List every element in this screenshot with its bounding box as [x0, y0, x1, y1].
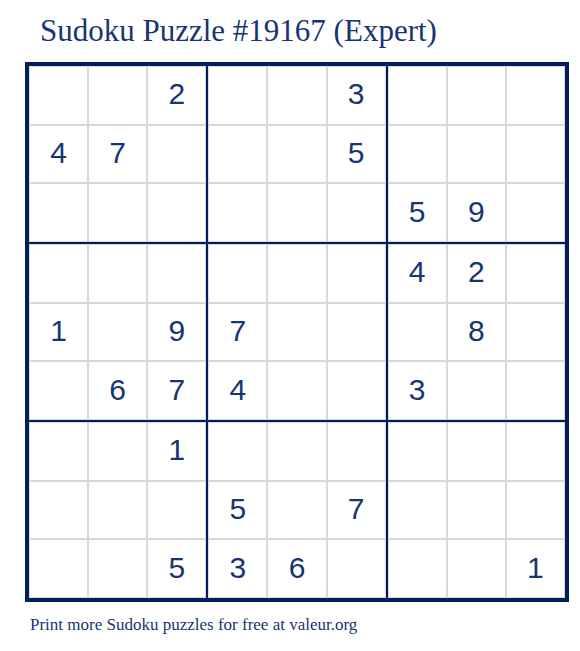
cell-r8c4[interactable]: 5	[208, 481, 267, 540]
sudoku-page: Sudoku Puzzle #19167 (Expert) 2473559196…	[0, 0, 580, 651]
cell-r7c4[interactable]	[208, 422, 267, 481]
cell-r1c6[interactable]: 3	[327, 66, 386, 125]
cell-r4c1[interactable]	[29, 244, 88, 303]
cell-r1c5[interactable]	[267, 66, 326, 125]
cell-r1c7[interactable]	[388, 66, 447, 125]
cell-r1c8[interactable]	[447, 66, 506, 125]
cell-r4c2[interactable]	[88, 244, 147, 303]
cell-r3c9[interactable]	[506, 183, 565, 242]
cell-r2c9[interactable]	[506, 125, 565, 184]
cell-r4c8[interactable]: 2	[447, 244, 506, 303]
cell-r8c3[interactable]	[147, 481, 206, 540]
cell-r3c5[interactable]	[267, 183, 326, 242]
box-3-3: 1	[387, 421, 566, 599]
cell-r7c5[interactable]	[267, 422, 326, 481]
cell-r7c2[interactable]	[88, 422, 147, 481]
box-2-3: 4283	[387, 243, 566, 421]
box-2-2: 74	[207, 243, 386, 421]
cell-r5c1[interactable]: 1	[29, 303, 88, 362]
cell-r9c7[interactable]	[388, 539, 447, 598]
cell-r5c5[interactable]	[267, 303, 326, 362]
cell-r4c9[interactable]	[506, 244, 565, 303]
box-1-1: 247	[28, 65, 207, 243]
cell-r9c5[interactable]: 6	[267, 539, 326, 598]
cell-r8c6[interactable]: 7	[327, 481, 386, 540]
cell-r4c5[interactable]	[267, 244, 326, 303]
cell-r8c9[interactable]	[506, 481, 565, 540]
cell-r7c1[interactable]	[29, 422, 88, 481]
cell-r3c3[interactable]	[147, 183, 206, 242]
footer-text: Print more Sudoku puzzles for free at va…	[30, 615, 357, 635]
cell-r6c8[interactable]	[447, 361, 506, 420]
cell-r1c4[interactable]	[208, 66, 267, 125]
cell-r1c2[interactable]	[88, 66, 147, 125]
cell-r9c8[interactable]	[447, 539, 506, 598]
cell-r5c2[interactable]	[88, 303, 147, 362]
cell-r7c9[interactable]	[506, 422, 565, 481]
cell-r6c6[interactable]	[327, 361, 386, 420]
page-title: Sudoku Puzzle #19167 (Expert)	[40, 13, 437, 49]
cell-r4c4[interactable]	[208, 244, 267, 303]
cell-r8c1[interactable]	[29, 481, 88, 540]
cell-r2c6[interactable]: 5	[327, 125, 386, 184]
cell-r2c3[interactable]	[147, 125, 206, 184]
cell-r7c7[interactable]	[388, 422, 447, 481]
cell-r5c7[interactable]	[388, 303, 447, 362]
cell-r9c2[interactable]	[88, 539, 147, 598]
cell-r2c2[interactable]: 7	[88, 125, 147, 184]
cell-r8c5[interactable]	[267, 481, 326, 540]
cell-r5c6[interactable]	[327, 303, 386, 362]
cell-r8c7[interactable]	[388, 481, 447, 540]
cell-r2c8[interactable]	[447, 125, 506, 184]
cell-r7c8[interactable]	[447, 422, 506, 481]
cell-r1c3[interactable]: 2	[147, 66, 206, 125]
cell-r9c1[interactable]	[29, 539, 88, 598]
box-2-1: 1967	[28, 243, 207, 421]
box-3-1: 15	[28, 421, 207, 599]
cell-r4c6[interactable]	[327, 244, 386, 303]
cell-r6c9[interactable]	[506, 361, 565, 420]
cell-r1c1[interactable]	[29, 66, 88, 125]
cell-r5c4[interactable]: 7	[208, 303, 267, 362]
cell-r9c6[interactable]	[327, 539, 386, 598]
cell-r3c1[interactable]	[29, 183, 88, 242]
cell-r1c9[interactable]	[506, 66, 565, 125]
cell-r5c3[interactable]: 9	[147, 303, 206, 362]
cell-r8c8[interactable]	[447, 481, 506, 540]
cell-r5c9[interactable]	[506, 303, 565, 362]
cell-r2c4[interactable]	[208, 125, 267, 184]
cell-r3c7[interactable]: 5	[388, 183, 447, 242]
box-1-3: 59	[387, 65, 566, 243]
cell-r6c1[interactable]	[29, 361, 88, 420]
cell-r8c2[interactable]	[88, 481, 147, 540]
cell-r3c4[interactable]	[208, 183, 267, 242]
cell-r4c7[interactable]: 4	[388, 244, 447, 303]
cell-r2c7[interactable]	[388, 125, 447, 184]
cell-r2c5[interactable]	[267, 125, 326, 184]
cell-r6c4[interactable]: 4	[208, 361, 267, 420]
cell-r6c5[interactable]	[267, 361, 326, 420]
cell-r3c6[interactable]	[327, 183, 386, 242]
sudoku-board: 247355919677442831557361	[25, 62, 569, 602]
cell-r3c2[interactable]	[88, 183, 147, 242]
box-3-2: 5736	[207, 421, 386, 599]
cell-r6c2[interactable]: 6	[88, 361, 147, 420]
cell-r3c8[interactable]: 9	[447, 183, 506, 242]
cell-r5c8[interactable]: 8	[447, 303, 506, 362]
box-1-2: 35	[207, 65, 386, 243]
cell-r9c9[interactable]: 1	[506, 539, 565, 598]
cell-r9c3[interactable]: 5	[147, 539, 206, 598]
cell-r7c3[interactable]: 1	[147, 422, 206, 481]
cell-r7c6[interactable]	[327, 422, 386, 481]
cell-r9c4[interactable]: 3	[208, 539, 267, 598]
cell-r6c7[interactable]: 3	[388, 361, 447, 420]
cell-r2c1[interactable]: 4	[29, 125, 88, 184]
cell-r6c3[interactable]: 7	[147, 361, 206, 420]
cell-r4c3[interactable]	[147, 244, 206, 303]
